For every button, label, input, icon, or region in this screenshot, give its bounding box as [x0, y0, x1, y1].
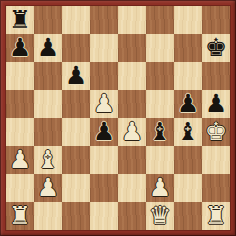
square-a2[interactable] — [6, 174, 34, 202]
piece-white-pawn[interactable]: ♟ — [121, 118, 143, 146]
square-g8[interactable] — [174, 6, 202, 34]
square-f2[interactable]: ♟ — [146, 174, 174, 202]
square-f7[interactable] — [146, 34, 174, 62]
square-c5[interactable] — [62, 90, 90, 118]
piece-white-pawn[interactable]: ♟ — [149, 174, 171, 202]
piece-black-bishop[interactable]: ♝ — [177, 118, 199, 146]
piece-black-bishop[interactable]: ♝ — [149, 118, 171, 146]
square-h7[interactable]: ♚ — [202, 34, 230, 62]
square-b4[interactable] — [34, 118, 62, 146]
square-d4[interactable]: ♟ — [90, 118, 118, 146]
board-frame: ♜♟♟♚♟♟♟♟♟♟♝♝♚♟♝♟♟♜♛♜ — [0, 0, 236, 236]
square-a8[interactable]: ♜ — [6, 6, 34, 34]
square-f8[interactable] — [146, 6, 174, 34]
piece-white-pawn[interactable]: ♟ — [9, 146, 31, 174]
square-a5[interactable] — [6, 90, 34, 118]
square-e6[interactable] — [118, 62, 146, 90]
square-a4[interactable] — [6, 118, 34, 146]
square-d6[interactable] — [90, 62, 118, 90]
square-h5[interactable]: ♟ — [202, 90, 230, 118]
square-g6[interactable] — [174, 62, 202, 90]
square-e8[interactable] — [118, 6, 146, 34]
square-a6[interactable] — [6, 62, 34, 90]
square-e5[interactable] — [118, 90, 146, 118]
piece-white-bishop[interactable]: ♝ — [37, 146, 59, 174]
square-g5[interactable]: ♟ — [174, 90, 202, 118]
square-b5[interactable] — [34, 90, 62, 118]
square-d7[interactable] — [90, 34, 118, 62]
square-f3[interactable] — [146, 146, 174, 174]
square-a3[interactable]: ♟ — [6, 146, 34, 174]
square-e1[interactable] — [118, 202, 146, 230]
square-b2[interactable]: ♟ — [34, 174, 62, 202]
piece-black-pawn[interactable]: ♟ — [65, 62, 87, 90]
square-h2[interactable] — [202, 174, 230, 202]
piece-black-pawn[interactable]: ♟ — [205, 90, 227, 118]
square-f5[interactable] — [146, 90, 174, 118]
piece-black-pawn[interactable]: ♟ — [177, 90, 199, 118]
square-d8[interactable] — [90, 6, 118, 34]
square-b1[interactable] — [34, 202, 62, 230]
square-g4[interactable]: ♝ — [174, 118, 202, 146]
piece-white-pawn[interactable]: ♟ — [93, 90, 115, 118]
square-d5[interactable]: ♟ — [90, 90, 118, 118]
piece-white-queen[interactable]: ♛ — [149, 202, 171, 230]
square-f1[interactable]: ♛ — [146, 202, 174, 230]
piece-black-pawn[interactable]: ♟ — [9, 34, 31, 62]
square-h3[interactable] — [202, 146, 230, 174]
square-b6[interactable] — [34, 62, 62, 90]
square-g3[interactable] — [174, 146, 202, 174]
square-e2[interactable] — [118, 174, 146, 202]
square-h4[interactable]: ♚ — [202, 118, 230, 146]
square-c6[interactable]: ♟ — [62, 62, 90, 90]
square-e3[interactable] — [118, 146, 146, 174]
square-h1[interactable]: ♜ — [202, 202, 230, 230]
piece-white-king[interactable]: ♚ — [205, 118, 227, 146]
piece-black-pawn[interactable]: ♟ — [93, 118, 115, 146]
square-h6[interactable] — [202, 62, 230, 90]
square-b3[interactable]: ♝ — [34, 146, 62, 174]
square-d1[interactable] — [90, 202, 118, 230]
square-g7[interactable] — [174, 34, 202, 62]
square-c1[interactable] — [62, 202, 90, 230]
square-b8[interactable] — [34, 6, 62, 34]
board: ♜♟♟♚♟♟♟♟♟♟♝♝♚♟♝♟♟♜♛♜ — [6, 6, 230, 230]
square-g2[interactable] — [174, 174, 202, 202]
square-f4[interactable]: ♝ — [146, 118, 174, 146]
square-e4[interactable]: ♟ — [118, 118, 146, 146]
square-e7[interactable] — [118, 34, 146, 62]
square-c3[interactable] — [62, 146, 90, 174]
square-d2[interactable] — [90, 174, 118, 202]
piece-white-rook[interactable]: ♜ — [205, 202, 227, 230]
square-a1[interactable]: ♜ — [6, 202, 34, 230]
square-c4[interactable] — [62, 118, 90, 146]
piece-black-rook[interactable]: ♜ — [9, 6, 31, 34]
square-d3[interactable] — [90, 146, 118, 174]
piece-white-rook[interactable]: ♜ — [9, 202, 31, 230]
piece-black-king[interactable]: ♚ — [205, 34, 227, 62]
square-c8[interactable] — [62, 6, 90, 34]
square-f6[interactable] — [146, 62, 174, 90]
square-a7[interactable]: ♟ — [6, 34, 34, 62]
piece-white-pawn[interactable]: ♟ — [37, 174, 59, 202]
piece-black-pawn[interactable]: ♟ — [37, 34, 59, 62]
square-c7[interactable] — [62, 34, 90, 62]
square-b7[interactable]: ♟ — [34, 34, 62, 62]
square-h8[interactable] — [202, 6, 230, 34]
square-g1[interactable] — [174, 202, 202, 230]
square-c2[interactable] — [62, 174, 90, 202]
